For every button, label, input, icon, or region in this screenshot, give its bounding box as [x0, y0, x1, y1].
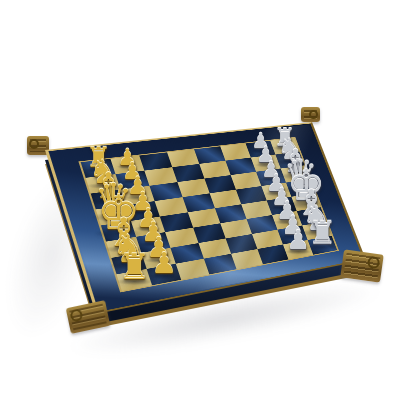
board-foot-right [340, 249, 384, 282]
board-grid [78, 137, 339, 293]
square-h8 [308, 236, 338, 255]
chess-set-photo: ♜♞♝♛♚♝♞♜♟♟♟♟♟♟♟♟♟♟♟♟♟♟♟♟♜♞♝♛♚♝♞♜ [0, 0, 416, 416]
board-foot-far [301, 107, 320, 122]
square-h1 [117, 269, 152, 291]
